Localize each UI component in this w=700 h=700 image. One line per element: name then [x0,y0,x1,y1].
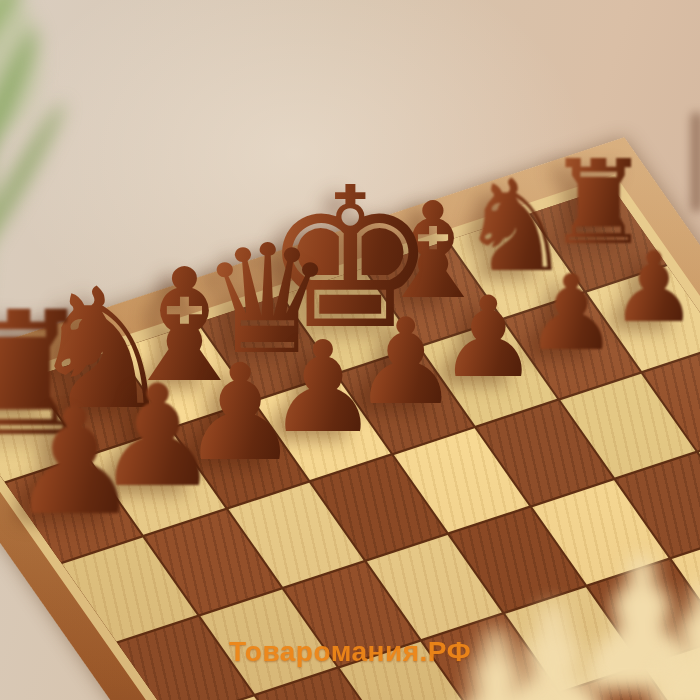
chess-set-photo: ♜♞♝♛♚♝♞♜♟♟♟♟♟♟♟♟♟♟♟♟♟♟♟♟♜♞♝♛♚♝♞♜♟♟♟♟ Тов… [0,0,700,700]
plant-leaf [0,0,40,140]
watermark-text: Товаромания.РФ [229,636,471,668]
board-edge-shadow [691,112,700,212]
plant-leaves [0,0,200,380]
